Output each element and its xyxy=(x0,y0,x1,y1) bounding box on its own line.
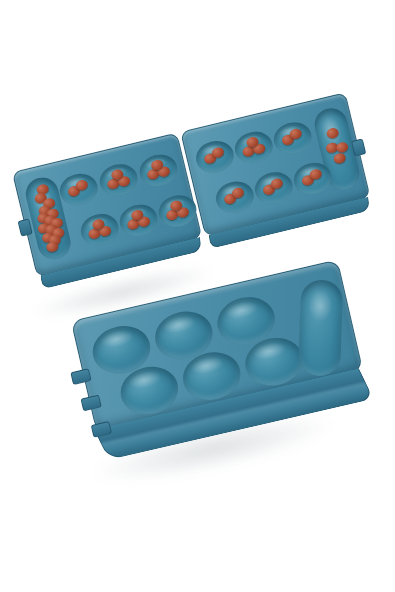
pit-back-6[interactable] xyxy=(270,118,314,157)
pit-back-4[interactable] xyxy=(193,137,237,176)
pit-gleam xyxy=(189,354,225,377)
left-pit-field xyxy=(13,134,176,173)
pit-back-2[interactable] xyxy=(96,160,140,199)
hinge-tab-icon xyxy=(17,218,32,236)
pit-front-1[interactable] xyxy=(77,210,121,249)
pit-gleam xyxy=(127,368,163,391)
pit-front-5[interactable] xyxy=(252,168,296,207)
hinge-tab-icon xyxy=(351,138,366,156)
pit-front-4[interactable] xyxy=(213,177,257,216)
pit-back-1[interactable] xyxy=(57,170,101,209)
product-photo-stage xyxy=(0,0,395,592)
pit-gleam xyxy=(161,313,197,336)
closed-board-store xyxy=(298,279,343,376)
pit-front-2[interactable] xyxy=(116,200,160,239)
pit-back-5[interactable] xyxy=(232,128,276,167)
store-gleam xyxy=(307,289,332,322)
pit-gleam xyxy=(224,299,260,322)
pit-back-3[interactable] xyxy=(136,150,180,189)
pit-gleam xyxy=(252,340,288,363)
open-board-right-tray xyxy=(180,92,375,256)
seed xyxy=(332,152,346,165)
pit-gleam xyxy=(99,328,135,351)
pit-front-3[interactable] xyxy=(155,191,199,230)
